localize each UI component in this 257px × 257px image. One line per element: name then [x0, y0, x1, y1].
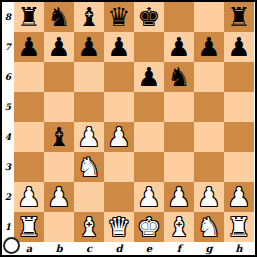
square-e2[interactable]: ♟ — [134, 182, 164, 212]
white-pawn-icon: ♟ — [164, 182, 194, 212]
square-f4[interactable] — [164, 122, 194, 152]
black-pawn-icon: ♟ — [164, 32, 194, 62]
square-f6[interactable]: ♞ — [164, 62, 194, 92]
black-rook-icon: ♜ — [224, 2, 254, 32]
rank-label-8: 8 — [2, 2, 14, 32]
square-b5[interactable] — [44, 92, 74, 122]
square-g8[interactable] — [194, 2, 224, 32]
square-a7[interactable]: ♟ — [14, 32, 44, 62]
square-g1[interactable]: ♞ — [194, 212, 224, 242]
black-pawn-icon: ♟ — [14, 32, 44, 62]
square-f3[interactable] — [164, 152, 194, 182]
square-h3[interactable] — [224, 152, 254, 182]
file-label-c: c — [74, 242, 104, 255]
white-to-move-indicator — [3, 237, 20, 254]
white-pawn-icon: ♟ — [74, 122, 104, 152]
square-h1[interactable]: ♜ — [224, 212, 254, 242]
file-label-d: d — [104, 242, 134, 255]
square-b6[interactable] — [44, 62, 74, 92]
white-pawn-icon: ♟ — [14, 182, 44, 212]
file-label-e: e — [134, 242, 164, 255]
black-queen-icon: ♛ — [104, 2, 134, 32]
white-pawn-icon: ♟ — [224, 182, 254, 212]
chess-board: ♜♞♝♛♚♜♟♟♟♟♟♟♟♟♞♝♟♟♞♟♟♟♟♟♟♜♝♛♚♝♞♜ — [14, 2, 254, 242]
white-pawn-icon: ♟ — [134, 182, 164, 212]
rank-label-5: 5 — [2, 92, 14, 122]
black-pawn-icon: ♟ — [194, 32, 224, 62]
square-d1[interactable]: ♛ — [104, 212, 134, 242]
square-b1[interactable] — [44, 212, 74, 242]
black-pawn-icon: ♟ — [104, 32, 134, 62]
file-label-f: f — [164, 242, 194, 255]
square-b7[interactable]: ♟ — [44, 32, 74, 62]
square-d8[interactable]: ♛ — [104, 2, 134, 32]
square-f2[interactable]: ♟ — [164, 182, 194, 212]
black-knight-icon: ♞ — [164, 62, 194, 92]
square-a8[interactable]: ♜ — [14, 2, 44, 32]
square-d3[interactable] — [104, 152, 134, 182]
square-e8[interactable]: ♚ — [134, 2, 164, 32]
square-a3[interactable] — [14, 152, 44, 182]
square-c6[interactable] — [74, 62, 104, 92]
square-d7[interactable]: ♟ — [104, 32, 134, 62]
white-pawn-icon: ♟ — [104, 122, 134, 152]
square-g6[interactable] — [194, 62, 224, 92]
white-king-icon: ♚ — [134, 212, 164, 242]
square-h6[interactable] — [224, 62, 254, 92]
square-g3[interactable] — [194, 152, 224, 182]
white-rook-icon: ♜ — [224, 212, 254, 242]
square-a6[interactable] — [14, 62, 44, 92]
square-h5[interactable] — [224, 92, 254, 122]
black-pawn-icon: ♟ — [44, 32, 74, 62]
white-pawn-icon: ♟ — [44, 182, 74, 212]
file-label-h: h — [224, 242, 254, 255]
white-rook-icon: ♜ — [14, 212, 44, 242]
black-bishop-icon: ♝ — [74, 2, 104, 32]
square-c4[interactable]: ♟ — [74, 122, 104, 152]
black-pawn-icon: ♟ — [74, 32, 104, 62]
square-a2[interactable]: ♟ — [14, 182, 44, 212]
rank-label-4: 4 — [2, 122, 14, 152]
square-e5[interactable] — [134, 92, 164, 122]
file-label-g: g — [194, 242, 224, 255]
square-c2[interactable] — [74, 182, 104, 212]
square-g5[interactable] — [194, 92, 224, 122]
square-h4[interactable] — [224, 122, 254, 152]
rank-label-6: 6 — [2, 62, 14, 92]
square-c1[interactable]: ♝ — [74, 212, 104, 242]
black-pawn-icon: ♟ — [134, 62, 164, 92]
square-b2[interactable]: ♟ — [44, 182, 74, 212]
chess-diagram: 87654321 ♜♞♝♛♚♜♟♟♟♟♟♟♟♟♞♝♟♟♞♟♟♟♟♟♟♜♝♛♚♝♞… — [0, 0, 257, 257]
square-b3[interactable] — [44, 152, 74, 182]
white-knight-icon: ♞ — [74, 152, 104, 182]
square-a1[interactable]: ♜ — [14, 212, 44, 242]
square-h8[interactable]: ♜ — [224, 2, 254, 32]
black-knight-icon: ♞ — [44, 2, 74, 32]
square-e6[interactable]: ♟ — [134, 62, 164, 92]
rank-label-7: 7 — [2, 32, 14, 62]
square-e7[interactable] — [134, 32, 164, 62]
square-e1[interactable]: ♚ — [134, 212, 164, 242]
square-d5[interactable] — [104, 92, 134, 122]
white-bishop-icon: ♝ — [74, 212, 104, 242]
square-f8[interactable] — [164, 2, 194, 32]
white-pawn-icon: ♟ — [194, 182, 224, 212]
square-d2[interactable] — [104, 182, 134, 212]
square-a4[interactable] — [14, 122, 44, 152]
black-rook-icon: ♜ — [14, 2, 44, 32]
square-b4[interactable]: ♝ — [44, 122, 74, 152]
file-labels: abcdefgh — [14, 242, 254, 255]
square-e4[interactable] — [134, 122, 164, 152]
white-bishop-icon: ♝ — [164, 212, 194, 242]
square-d6[interactable] — [104, 62, 134, 92]
rank-label-2: 2 — [2, 182, 14, 212]
square-b8[interactable]: ♞ — [44, 2, 74, 32]
square-c3[interactable]: ♞ — [74, 152, 104, 182]
square-a5[interactable] — [14, 92, 44, 122]
square-g2[interactable]: ♟ — [194, 182, 224, 212]
file-label-b: b — [44, 242, 74, 255]
rank-label-3: 3 — [2, 152, 14, 182]
square-c5[interactable] — [74, 92, 104, 122]
square-h2[interactable]: ♟ — [224, 182, 254, 212]
square-f7[interactable]: ♟ — [164, 32, 194, 62]
white-queen-icon: ♛ — [104, 212, 134, 242]
square-e3[interactable] — [134, 152, 164, 182]
rank-labels: 87654321 — [2, 2, 14, 242]
square-f5[interactable] — [164, 92, 194, 122]
square-c8[interactable]: ♝ — [74, 2, 104, 32]
square-h7[interactable]: ♟ — [224, 32, 254, 62]
square-d4[interactable]: ♟ — [104, 122, 134, 152]
square-c7[interactable]: ♟ — [74, 32, 104, 62]
white-knight-icon: ♞ — [194, 212, 224, 242]
black-bishop-icon: ♝ — [44, 122, 74, 152]
square-g7[interactable]: ♟ — [194, 32, 224, 62]
black-king-icon: ♚ — [134, 2, 164, 32]
square-g4[interactable] — [194, 122, 224, 152]
black-pawn-icon: ♟ — [224, 32, 254, 62]
square-f1[interactable]: ♝ — [164, 212, 194, 242]
